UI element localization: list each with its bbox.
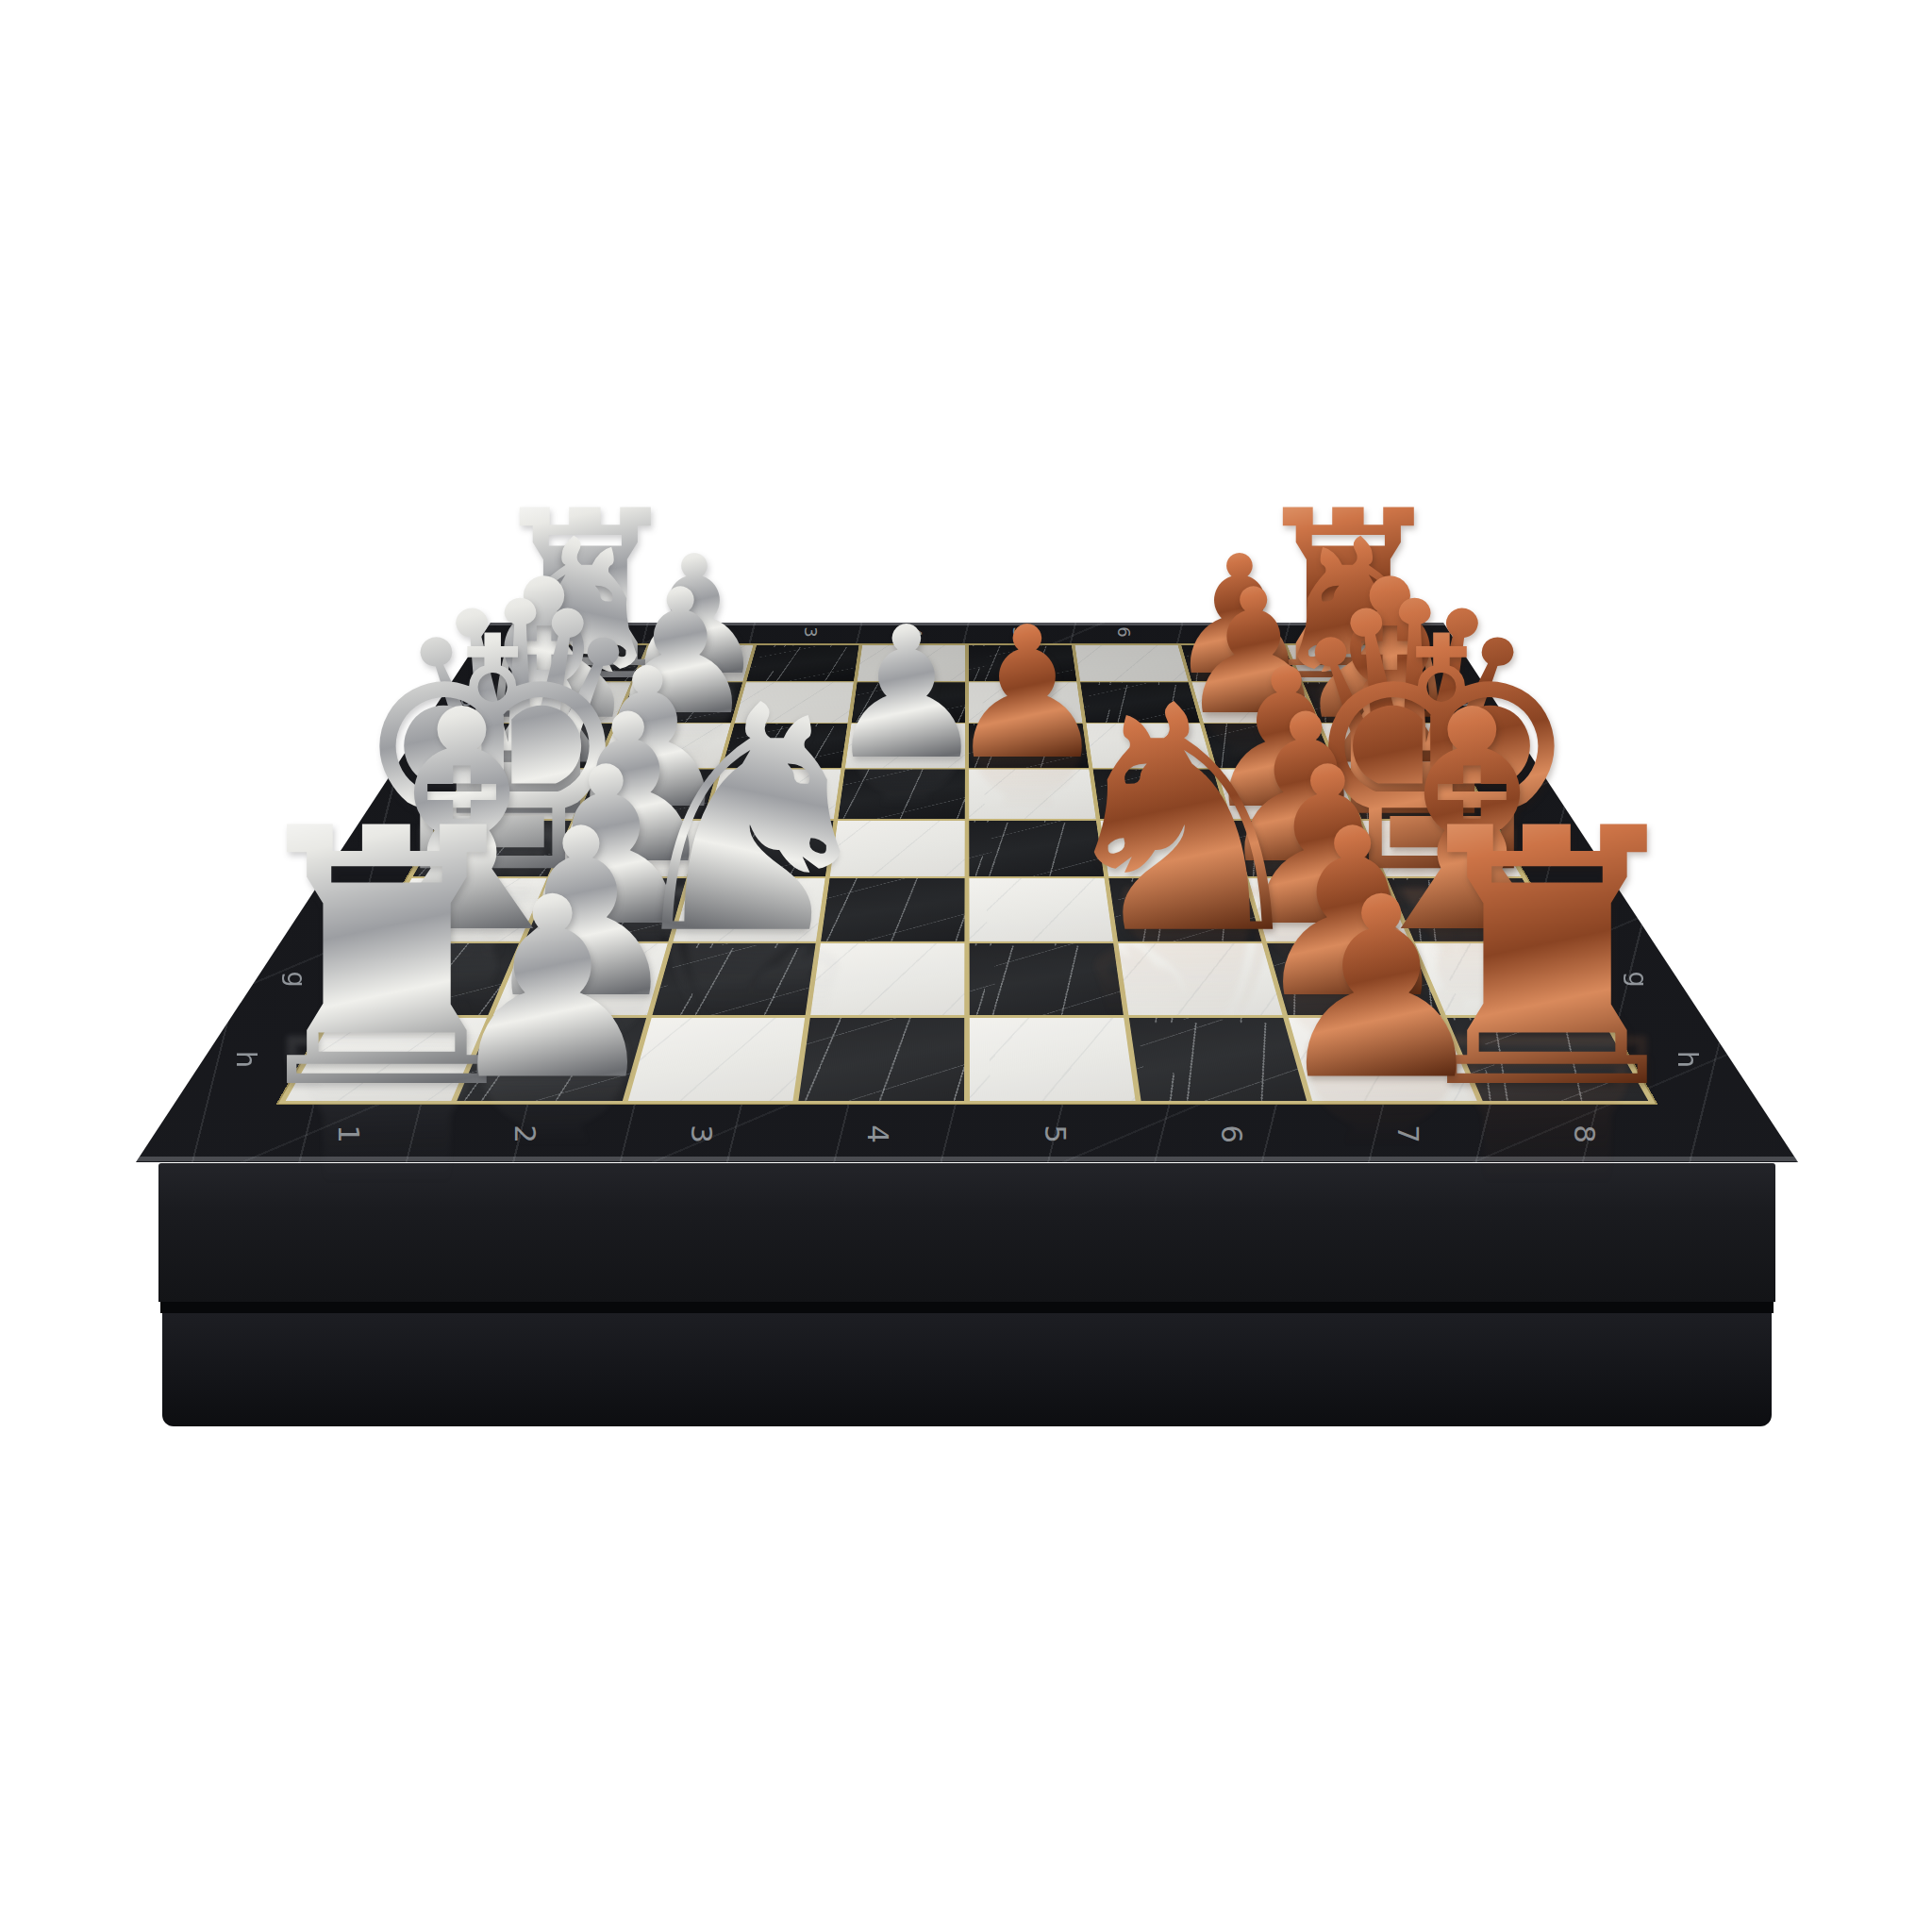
back-border-rank-label-6: 6 (1114, 626, 1134, 637)
product-photo-stage: 1122334455667788aabbccddeeffgghh ♜♜♞♞♝♝♛… (0, 0, 1932, 1932)
piece-white-pawn-h2[interactable]: ♟ (441, 864, 665, 1114)
back-border-rank-label-3: 3 (800, 626, 820, 637)
piece-black-pawn-h7[interactable]: ♟ (1269, 864, 1493, 1114)
